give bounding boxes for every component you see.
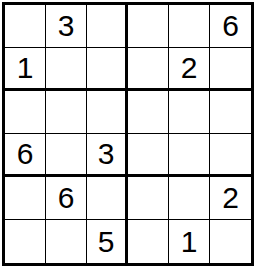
given-cell-r2c1: 1 (5, 48, 46, 91)
given-cell-r4c1: 6 (5, 134, 46, 177)
empty-cell-r2c2[interactable] (46, 48, 87, 91)
empty-cell-r2c3[interactable] (87, 48, 128, 91)
empty-cell-r4c5[interactable] (169, 134, 210, 177)
empty-cell-r6c6[interactable] (210, 220, 251, 263)
given-cell-r5c2: 6 (46, 177, 87, 220)
empty-cell-r3c5[interactable] (169, 91, 210, 134)
empty-cell-r4c4[interactable] (128, 134, 169, 177)
empty-cell-r4c6[interactable] (210, 134, 251, 177)
board-margin: 3612636251 (0, 0, 261, 266)
empty-cell-r3c4[interactable] (128, 91, 169, 134)
empty-cell-r3c1[interactable] (5, 91, 46, 134)
empty-cell-r3c2[interactable] (46, 91, 87, 134)
empty-cell-r3c3[interactable] (87, 91, 128, 134)
given-cell-r1c2: 3 (46, 5, 87, 48)
given-cell-r5c6: 2 (210, 177, 251, 220)
empty-cell-r1c3[interactable] (87, 5, 128, 48)
empty-cell-r2c4[interactable] (128, 48, 169, 91)
given-cell-r4c3: 3 (87, 134, 128, 177)
empty-cell-r1c4[interactable] (128, 5, 169, 48)
empty-cell-r6c1[interactable] (5, 220, 46, 263)
given-cell-r6c5: 1 (169, 220, 210, 263)
empty-cell-r5c4[interactable] (128, 177, 169, 220)
empty-cell-r1c5[interactable] (169, 5, 210, 48)
empty-cell-r6c2[interactable] (46, 220, 87, 263)
empty-cell-r1c1[interactable] (5, 5, 46, 48)
empty-cell-r5c5[interactable] (169, 177, 210, 220)
empty-cell-r2c6[interactable] (210, 48, 251, 91)
empty-cell-r5c1[interactable] (5, 177, 46, 220)
empty-cell-r4c2[interactable] (46, 134, 87, 177)
given-cell-r1c6: 6 (210, 5, 251, 48)
empty-cell-r5c3[interactable] (87, 177, 128, 220)
given-cell-r2c5: 2 (169, 48, 210, 91)
given-cell-r6c3: 5 (87, 220, 128, 263)
sudoku-board: 3612636251 (2, 2, 254, 266)
empty-cell-r6c4[interactable] (128, 220, 169, 263)
empty-cell-r3c6[interactable] (210, 91, 251, 134)
